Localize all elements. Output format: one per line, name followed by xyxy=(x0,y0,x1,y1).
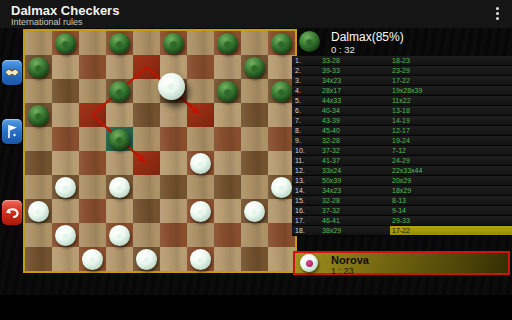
board-cell[interactable] xyxy=(79,79,106,103)
board-cell[interactable] xyxy=(133,175,160,199)
board-cell[interactable] xyxy=(106,103,133,127)
resign-button[interactable] xyxy=(2,119,22,144)
board-cell[interactable] xyxy=(214,199,241,223)
board-cell[interactable] xyxy=(160,199,187,223)
move-number: 13. xyxy=(295,176,305,185)
move-number: 4. xyxy=(295,86,301,95)
bottom-player-name: Norova xyxy=(331,254,369,266)
board-cell[interactable] xyxy=(160,247,187,271)
board-cell[interactable] xyxy=(160,223,187,247)
board-cell[interactable] xyxy=(241,31,268,55)
board-cell[interactable] xyxy=(187,55,214,79)
board-cell[interactable] xyxy=(160,175,187,199)
move-number: 3. xyxy=(295,76,301,85)
board-cell[interactable] xyxy=(25,247,52,271)
board-cell[interactable] xyxy=(241,223,268,247)
move-row[interactable]: 15.32-288-13 xyxy=(292,196,512,206)
board-cell[interactable] xyxy=(187,127,214,151)
green-man[interactable]: ● xyxy=(217,33,238,54)
black-move[interactable]: 23-29 xyxy=(392,66,512,75)
move-row[interactable]: 13.50x3920x29 xyxy=(292,176,512,186)
board-cell[interactable] xyxy=(241,151,268,175)
black-move[interactable]: 8-13 xyxy=(392,196,512,205)
white-move[interactable]: 34x23 xyxy=(322,76,341,85)
green-man[interactable]: ● xyxy=(271,81,292,102)
board-cell[interactable] xyxy=(25,31,52,55)
move-number: 12. xyxy=(295,166,305,175)
bottom-player-clock: 1 : 23 xyxy=(331,266,354,276)
flag-icon xyxy=(5,124,19,139)
move-row[interactable]: 12.33x2422x33x44 xyxy=(292,166,512,176)
board-cell[interactable] xyxy=(241,127,268,151)
white-move[interactable]: 37-32 xyxy=(322,206,340,215)
white-move[interactable]: 38x29 xyxy=(322,226,341,235)
black-move[interactable]: 19x28x39 xyxy=(392,86,512,95)
move-number: 16. xyxy=(295,206,305,215)
white-move[interactable]: 34x23 xyxy=(322,186,341,195)
board-cell[interactable] xyxy=(106,55,133,79)
undo-arrow-icon xyxy=(5,206,20,219)
board-cell[interactable] xyxy=(133,79,160,103)
green-man[interactable]: ● xyxy=(271,33,292,54)
board-cell[interactable] xyxy=(52,103,79,127)
move-number: 9. xyxy=(295,136,301,145)
move-number: 17. xyxy=(295,216,305,225)
android-nav-bar xyxy=(0,295,512,320)
board-cell[interactable] xyxy=(25,151,52,175)
white-move[interactable]: 41-37 xyxy=(322,156,340,165)
board-cell[interactable] xyxy=(52,151,79,175)
white-move[interactable]: 45-40 xyxy=(322,126,340,135)
move-row[interactable]: 4.28x1719x28x39 xyxy=(292,86,512,96)
move-number: 5. xyxy=(295,96,301,105)
move-number: 18. xyxy=(295,226,305,235)
board-cell[interactable] xyxy=(160,127,187,151)
board-cell[interactable] xyxy=(79,127,106,151)
board-cell[interactable] xyxy=(214,223,241,247)
black-move[interactable]: 19-24 xyxy=(392,136,512,145)
highlight-square-red[interactable] xyxy=(133,151,160,175)
top-bar: Dalmax Checkers International rules xyxy=(0,0,512,28)
board-cell[interactable] xyxy=(52,199,79,223)
board-cell[interactable] xyxy=(106,247,133,271)
move-row[interactable]: 18.38x2917-22 xyxy=(292,226,512,236)
board-cell[interactable] xyxy=(187,79,214,103)
white-move[interactable]: 33x24 xyxy=(322,166,341,175)
green-man[interactable]: ● xyxy=(109,129,130,150)
moving-white-piece[interactable]: ● xyxy=(158,73,185,100)
board-cell[interactable] xyxy=(241,175,268,199)
move-row[interactable]: 1.33-2818-23 xyxy=(292,56,512,66)
white-man[interactable]: ● xyxy=(109,225,130,246)
kebab-menu-icon[interactable] xyxy=(496,7,500,23)
green-man[interactable]: ● xyxy=(28,57,49,78)
undo-button[interactable] xyxy=(2,200,22,225)
board-cell[interactable] xyxy=(214,103,241,127)
top-player-name: Dalmax(85%) xyxy=(331,30,404,44)
white-man[interactable]: ● xyxy=(190,201,211,222)
black-move[interactable]: 9-14 xyxy=(392,206,512,215)
white-move[interactable]: 40-34 xyxy=(322,106,340,115)
board-cell[interactable] xyxy=(214,127,241,151)
white-move[interactable]: 50x39 xyxy=(322,176,341,185)
green-man[interactable]: ● xyxy=(244,57,265,78)
white-move[interactable]: 28x17 xyxy=(322,86,341,95)
white-move[interactable]: 44x33 xyxy=(322,96,341,105)
board-cell[interactable] xyxy=(25,79,52,103)
white-move[interactable]: 33-28 xyxy=(322,56,340,65)
black-move[interactable]: 17-22 xyxy=(392,76,512,85)
white-move[interactable]: 39-33 xyxy=(322,66,340,75)
board-cell[interactable] xyxy=(25,223,52,247)
board-cell[interactable] xyxy=(133,199,160,223)
board-cell[interactable] xyxy=(79,31,106,55)
top-player-piece-icon: ● xyxy=(299,31,320,52)
board-cell[interactable] xyxy=(268,55,295,79)
board-cell[interactable] xyxy=(52,127,79,151)
board-cell[interactable] xyxy=(268,151,295,175)
board-cell[interactable] xyxy=(268,223,295,247)
board-cell[interactable] xyxy=(79,175,106,199)
move-number: 10. xyxy=(295,146,305,155)
board-cell[interactable] xyxy=(79,223,106,247)
board-cell[interactable] xyxy=(25,127,52,151)
turn-indicator-dot xyxy=(306,260,313,267)
move-number: 6. xyxy=(295,106,301,115)
white-man[interactable]: ● xyxy=(190,249,211,270)
bottom-player-piece-icon: ● xyxy=(300,254,318,272)
draw-offer-button[interactable] xyxy=(2,60,22,85)
board-cell[interactable] xyxy=(241,103,268,127)
green-man[interactable]: ● xyxy=(55,33,76,54)
board-cell[interactable] xyxy=(268,127,295,151)
move-row[interactable]: 11.41-3724-29 xyxy=(292,156,512,166)
board-cell[interactable] xyxy=(268,103,295,127)
move-row[interactable]: 3.34x2317-22 xyxy=(292,76,512,86)
board-cell[interactable] xyxy=(214,247,241,271)
move-row[interactable]: 16.37-329-14 xyxy=(292,206,512,216)
move-row[interactable]: 9.32-2819-24 xyxy=(292,136,512,146)
white-move[interactable]: 46-41 xyxy=(322,216,340,225)
board-cell[interactable] xyxy=(187,31,214,55)
black-move[interactable]: 24-29 xyxy=(392,156,512,165)
board-cell[interactable] xyxy=(187,223,214,247)
white-man[interactable]: ● xyxy=(109,177,130,198)
board-cell[interactable] xyxy=(268,247,295,271)
black-move[interactable]: 18x29 xyxy=(392,186,512,195)
board-cell[interactable] xyxy=(268,199,295,223)
board-cell[interactable] xyxy=(133,31,160,55)
board-cell[interactable] xyxy=(160,103,187,127)
white-man[interactable]: ● xyxy=(82,249,103,270)
board-cell[interactable] xyxy=(133,223,160,247)
white-man[interactable]: ● xyxy=(271,177,292,198)
move-list: 1.33-2818-232.39-3323-293.34x2317-224.28… xyxy=(292,56,512,236)
board-cell[interactable] xyxy=(52,79,79,103)
black-move[interactable]: 20x29 xyxy=(392,176,512,185)
black-move[interactable]: 22x33x44 xyxy=(392,166,512,175)
move-row[interactable]: 8.45-4012-17 xyxy=(292,126,512,136)
black-move[interactable]: 7-12 xyxy=(392,146,512,155)
board-cell[interactable] xyxy=(133,127,160,151)
move-number: 7. xyxy=(295,116,301,125)
green-man[interactable]: ● xyxy=(163,33,184,54)
white-man[interactable]: ● xyxy=(55,225,76,246)
checkers-board: ●●●●●●●●●●●●●●●●●●●●●●●●● xyxy=(23,29,297,273)
move-row[interactable]: 10.37-327-12 xyxy=(292,146,512,156)
move-row[interactable]: 17.46-4129-33 xyxy=(292,216,512,226)
black-move[interactable]: 29-33 xyxy=(392,216,512,225)
move-row[interactable]: 7.43-3914-19 xyxy=(292,116,512,126)
move-row[interactable]: 2.39-3323-29 xyxy=(292,66,512,76)
board-cell[interactable] xyxy=(79,55,106,79)
green-man[interactable]: ● xyxy=(28,105,49,126)
white-move[interactable]: 43-39 xyxy=(322,116,340,125)
board-cell[interactable] xyxy=(106,151,133,175)
board-cell[interactable] xyxy=(214,55,241,79)
move-number: 15. xyxy=(295,196,305,205)
highlight-square-red[interactable] xyxy=(187,103,214,127)
board-cell[interactable] xyxy=(79,151,106,175)
board-cell[interactable] xyxy=(241,79,268,103)
move-number: 1. xyxy=(295,56,301,65)
handshake-icon xyxy=(4,67,20,79)
move-row[interactable]: 6.40-3413-18 xyxy=(292,106,512,116)
board-cell[interactable] xyxy=(241,247,268,271)
move-number: 8. xyxy=(295,126,301,135)
green-man[interactable]: ● xyxy=(109,81,130,102)
white-move[interactable]: 32-28 xyxy=(322,136,340,145)
board-cell[interactable] xyxy=(79,199,106,223)
black-move[interactable]: 12-17 xyxy=(392,126,512,135)
board-cell[interactable] xyxy=(106,199,133,223)
board-cell[interactable] xyxy=(133,103,160,127)
move-number: 2. xyxy=(295,66,301,75)
move-number: 14. xyxy=(295,186,305,195)
white-man[interactable]: ● xyxy=(28,201,49,222)
board-cell[interactable] xyxy=(214,175,241,199)
app-background: Dalmax Checkers International rules xyxy=(0,0,512,320)
board-cell[interactable] xyxy=(52,55,79,79)
white-man[interactable]: ● xyxy=(136,249,157,270)
move-row[interactable]: 14.34x2318x29 xyxy=(292,186,512,196)
highlight-square-red[interactable] xyxy=(79,103,106,127)
board-cell[interactable] xyxy=(187,175,214,199)
move-row[interactable]: 5.44x3311x22 xyxy=(292,96,512,106)
board-cell[interactable] xyxy=(160,151,187,175)
black-move[interactable]: 17-22 xyxy=(390,226,512,235)
black-move[interactable]: 14-19 xyxy=(392,116,512,125)
green-man[interactable]: ● xyxy=(109,33,130,54)
app-title: Dalmax Checkers xyxy=(11,3,119,18)
white-move[interactable]: 32-28 xyxy=(322,196,340,205)
black-move[interactable]: 18-23 xyxy=(392,56,512,65)
board-cell[interactable] xyxy=(52,247,79,271)
green-man[interactable]: ● xyxy=(217,81,238,102)
white-man[interactable]: ● xyxy=(55,177,76,198)
bottom-player-panel: ● Norova 1 : 23 xyxy=(293,251,510,275)
board-cell[interactable] xyxy=(214,151,241,175)
top-player-clock: 0 : 32 xyxy=(331,44,355,55)
white-move[interactable]: 37-32 xyxy=(322,146,340,155)
black-move[interactable]: 13-18 xyxy=(392,106,512,115)
board-cell[interactable] xyxy=(25,175,52,199)
white-man[interactable]: ● xyxy=(244,201,265,222)
black-move[interactable]: 11x22 xyxy=(392,96,512,105)
white-man[interactable]: ● xyxy=(190,153,211,174)
rules-subtitle: International rules xyxy=(11,17,83,27)
move-number: 11. xyxy=(295,156,304,165)
highlight-square-red[interactable] xyxy=(133,55,160,79)
